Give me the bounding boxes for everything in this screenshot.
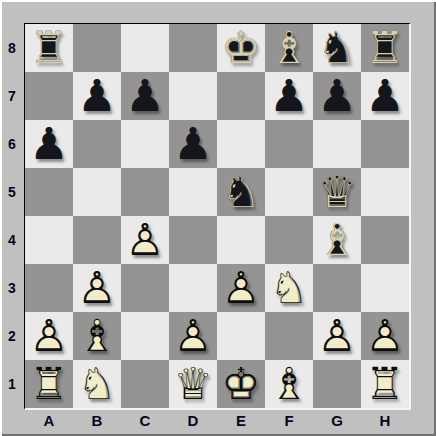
- file-label-h: H: [361, 410, 409, 434]
- piece-outline-icon: ♖: [25, 24, 73, 72]
- square-h5[interactable]: [361, 168, 409, 216]
- piece-outline-icon: ♘: [265, 264, 313, 312]
- square-d5[interactable]: [169, 168, 217, 216]
- square-g8[interactable]: ♞♘: [313, 24, 361, 72]
- piece-outline-icon: ♙: [217, 264, 265, 312]
- square-h7[interactable]: ♟: [361, 72, 409, 120]
- square-f4[interactable]: [265, 216, 313, 264]
- piece-outline-icon: ♕: [169, 360, 217, 408]
- chess-board: ♜♖♚♔♝♗♞♘♜♖♟♟♟♟♟♟♟♞♘♛♕♟♙♝♗♟♙♟♙♞♘♟♙♝♗♟♙♟♙♟…: [24, 23, 411, 410]
- square-g2[interactable]: ♟♙: [313, 312, 361, 360]
- square-g6[interactable]: [313, 120, 361, 168]
- square-b7[interactable]: ♟: [73, 72, 121, 120]
- white-pawn-icon: ♟: [169, 312, 217, 360]
- piece-white-pawn[interactable]: ♟♙: [361, 312, 409, 360]
- rank-label-5: 5: [0, 168, 24, 216]
- piece-white-king[interactable]: ♚♔: [217, 360, 265, 408]
- piece-white-pawn[interactable]: ♟♙: [121, 216, 169, 264]
- black-pawn-icon: ♟: [121, 72, 169, 120]
- white-pawn-icon: ♟: [361, 312, 409, 360]
- square-g5[interactable]: ♛♕: [313, 168, 361, 216]
- square-d4[interactable]: [169, 216, 217, 264]
- square-b8[interactable]: [73, 24, 121, 72]
- piece-white-bishop[interactable]: ♝♗: [73, 312, 121, 360]
- square-b3[interactable]: ♟♙: [73, 264, 121, 312]
- piece-outline-icon: ♖: [25, 360, 73, 408]
- black-pawn-icon: ♟: [313, 72, 361, 120]
- square-e2[interactable]: [217, 312, 265, 360]
- square-h8[interactable]: ♜♖: [361, 24, 409, 72]
- square-g4[interactable]: ♝♗: [313, 216, 361, 264]
- black-knight-icon: ♞: [313, 24, 361, 72]
- rank-label-1: 1: [0, 360, 24, 408]
- square-f7[interactable]: ♟: [265, 72, 313, 120]
- square-d1[interactable]: ♛♕: [169, 360, 217, 408]
- black-pawn-icon: ♟: [25, 120, 73, 168]
- rank-label-7: 7: [0, 72, 24, 120]
- square-a1[interactable]: ♜♖: [25, 360, 73, 408]
- white-knight-icon: ♞: [73, 360, 121, 408]
- square-b5[interactable]: [73, 168, 121, 216]
- piece-black-bishop[interactable]: ♝♗: [265, 24, 313, 72]
- piece-outline-icon: ♙: [169, 312, 217, 360]
- white-knight-icon: ♞: [265, 264, 313, 312]
- piece-outline-icon: ♕: [313, 168, 361, 216]
- file-labels: ABCDEFGH: [25, 410, 409, 434]
- piece-white-queen[interactable]: ♛♕: [169, 360, 217, 408]
- file-label-d: D: [169, 410, 217, 434]
- piece-outline-icon: ♙: [73, 264, 121, 312]
- square-b2[interactable]: ♝♗: [73, 312, 121, 360]
- black-queen-icon: ♛: [313, 168, 361, 216]
- square-d3[interactable]: [169, 264, 217, 312]
- square-a5[interactable]: [25, 168, 73, 216]
- file-label-a: A: [25, 410, 73, 434]
- piece-outline-icon: ♖: [361, 360, 409, 408]
- white-pawn-icon: ♟: [313, 312, 361, 360]
- white-king-icon: ♚: [217, 360, 265, 408]
- square-h1[interactable]: ♜♖: [361, 360, 409, 408]
- piece-outline-icon: ♘: [313, 24, 361, 72]
- piece-black-knight[interactable]: ♞♘: [313, 24, 361, 72]
- square-h6[interactable]: [361, 120, 409, 168]
- piece-outline-icon: ♔: [217, 360, 265, 408]
- piece-black-pawn[interactable]: ♟: [265, 72, 313, 120]
- black-bishop-icon: ♝: [313, 216, 361, 264]
- piece-black-knight[interactable]: ♞♘: [217, 168, 265, 216]
- square-a6[interactable]: ♟: [25, 120, 73, 168]
- piece-outline-icon: ♘: [73, 360, 121, 408]
- chess-diagram-frame: 87654321 ♜♖♚♔♝♗♞♘♜♖♟♟♟♟♟♟♟♞♘♛♕♟♙♝♗♟♙♟♙♞♘…: [0, 0, 436, 436]
- square-d7[interactable]: [169, 72, 217, 120]
- piece-black-pawn[interactable]: ♟: [361, 72, 409, 120]
- square-h2[interactable]: ♟♙: [361, 312, 409, 360]
- black-pawn-icon: ♟: [73, 72, 121, 120]
- piece-black-pawn[interactable]: ♟: [73, 72, 121, 120]
- square-h4[interactable]: [361, 216, 409, 264]
- piece-outline-icon: ♙: [121, 216, 169, 264]
- piece-white-pawn[interactable]: ♟♙: [313, 312, 361, 360]
- square-f6[interactable]: [265, 120, 313, 168]
- piece-black-king[interactable]: ♚♔: [217, 24, 265, 72]
- piece-outline-icon: ♗: [73, 312, 121, 360]
- piece-outline-icon: ♙: [361, 312, 409, 360]
- white-rook-icon: ♜: [361, 360, 409, 408]
- piece-white-pawn[interactable]: ♟♙: [217, 264, 265, 312]
- rank-label-3: 3: [0, 264, 24, 312]
- square-c2[interactable]: [121, 312, 169, 360]
- rank-labels: 87654321: [0, 24, 24, 408]
- white-pawn-icon: ♟: [73, 264, 121, 312]
- piece-white-pawn[interactable]: ♟♙: [73, 264, 121, 312]
- square-e3[interactable]: ♟♙: [217, 264, 265, 312]
- square-d8[interactable]: [169, 24, 217, 72]
- piece-black-rook[interactable]: ♜♖: [361, 24, 409, 72]
- black-pawn-icon: ♟: [169, 120, 217, 168]
- square-a7[interactable]: [25, 72, 73, 120]
- square-e6[interactable]: [217, 120, 265, 168]
- square-a4[interactable]: [25, 216, 73, 264]
- black-rook-icon: ♜: [361, 24, 409, 72]
- square-d2[interactable]: ♟♙: [169, 312, 217, 360]
- square-h3[interactable]: [361, 264, 409, 312]
- black-pawn-icon: ♟: [361, 72, 409, 120]
- piece-white-pawn[interactable]: ♟♙: [25, 312, 73, 360]
- piece-outline-icon: ♗: [265, 360, 313, 408]
- square-e8[interactable]: ♚♔: [217, 24, 265, 72]
- square-c6[interactable]: [121, 120, 169, 168]
- square-c8[interactable]: [121, 24, 169, 72]
- square-a2[interactable]: ♟♙: [25, 312, 73, 360]
- piece-outline-icon: ♗: [313, 216, 361, 264]
- rank-label-8: 8: [0, 24, 24, 72]
- piece-white-pawn[interactable]: ♟♙: [169, 312, 217, 360]
- square-d6[interactable]: ♟: [169, 120, 217, 168]
- piece-white-rook[interactable]: ♜♖: [25, 360, 73, 408]
- white-pawn-icon: ♟: [217, 264, 265, 312]
- file-label-e: E: [217, 410, 265, 434]
- white-pawn-icon: ♟: [25, 312, 73, 360]
- square-c1[interactable]: [121, 360, 169, 408]
- square-f2[interactable]: [265, 312, 313, 360]
- white-pawn-icon: ♟: [121, 216, 169, 264]
- square-b4[interactable]: [73, 216, 121, 264]
- square-e4[interactable]: [217, 216, 265, 264]
- square-g7[interactable]: ♟: [313, 72, 361, 120]
- piece-black-bishop[interactable]: ♝♗: [313, 216, 361, 264]
- piece-white-knight[interactable]: ♞♘: [73, 360, 121, 408]
- square-e1[interactable]: ♚♔: [217, 360, 265, 408]
- square-c3[interactable]: [121, 264, 169, 312]
- white-bishop-icon: ♝: [265, 360, 313, 408]
- black-king-icon: ♚: [217, 24, 265, 72]
- piece-black-pawn[interactable]: ♟: [25, 120, 73, 168]
- square-e7[interactable]: [217, 72, 265, 120]
- piece-black-rook[interactable]: ♜♖: [25, 24, 73, 72]
- square-e5[interactable]: ♞♘: [217, 168, 265, 216]
- piece-outline-icon: ♙: [25, 312, 73, 360]
- board-grid: ♜♖♚♔♝♗♞♘♜♖♟♟♟♟♟♟♟♞♘♛♕♟♙♝♗♟♙♟♙♞♘♟♙♝♗♟♙♟♙♟…: [25, 24, 409, 408]
- piece-black-queen[interactable]: ♛♕: [313, 168, 361, 216]
- piece-white-knight[interactable]: ♞♘: [265, 264, 313, 312]
- square-f1[interactable]: ♝♗: [265, 360, 313, 408]
- piece-outline-icon: ♔: [217, 24, 265, 72]
- piece-outline-icon: ♘: [217, 168, 265, 216]
- square-b1[interactable]: ♞♘: [73, 360, 121, 408]
- square-f3[interactable]: ♞♘: [265, 264, 313, 312]
- white-rook-icon: ♜: [25, 360, 73, 408]
- black-rook-icon: ♜: [25, 24, 73, 72]
- white-bishop-icon: ♝: [73, 312, 121, 360]
- rank-label-4: 4: [0, 216, 24, 264]
- rank-label-6: 6: [0, 120, 24, 168]
- piece-black-pawn[interactable]: ♟: [169, 120, 217, 168]
- file-label-c: C: [121, 410, 169, 434]
- piece-outline-icon: ♗: [265, 24, 313, 72]
- white-queen-icon: ♛: [169, 360, 217, 408]
- black-pawn-icon: ♟: [265, 72, 313, 120]
- square-g3[interactable]: [313, 264, 361, 312]
- black-knight-icon: ♞: [217, 168, 265, 216]
- file-label-b: B: [73, 410, 121, 434]
- file-label-f: F: [265, 410, 313, 434]
- square-a8[interactable]: ♜♖: [25, 24, 73, 72]
- piece-white-bishop[interactable]: ♝♗: [265, 360, 313, 408]
- black-bishop-icon: ♝: [265, 24, 313, 72]
- piece-outline-icon: ♖: [361, 24, 409, 72]
- rank-label-2: 2: [0, 312, 24, 360]
- piece-outline-icon: ♙: [313, 312, 361, 360]
- piece-white-rook[interactable]: ♜♖: [361, 360, 409, 408]
- square-f5[interactable]: [265, 168, 313, 216]
- square-c4[interactable]: ♟♙: [121, 216, 169, 264]
- piece-black-pawn[interactable]: ♟: [121, 72, 169, 120]
- square-f8[interactable]: ♝♗: [265, 24, 313, 72]
- piece-black-pawn[interactable]: ♟: [313, 72, 361, 120]
- square-c5[interactable]: [121, 168, 169, 216]
- square-c7[interactable]: ♟: [121, 72, 169, 120]
- file-label-g: G: [313, 410, 361, 434]
- square-a3[interactable]: [25, 264, 73, 312]
- square-g1[interactable]: [313, 360, 361, 408]
- square-b6[interactable]: [73, 120, 121, 168]
